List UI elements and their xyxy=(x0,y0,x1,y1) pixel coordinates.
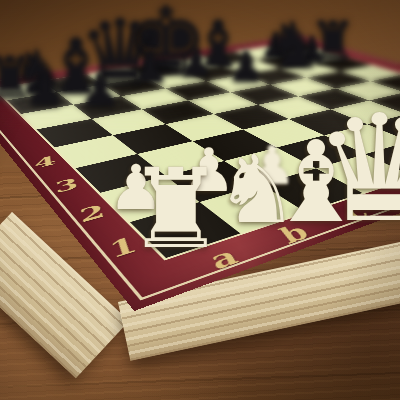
piece-black-pawn-e7: ♟ xyxy=(227,46,265,88)
piece-black-pawn-b7: ♟ xyxy=(79,67,120,113)
chess-set-photo: 1234abcd ♜♟♟♞♟♝♛♜♟♞♟♝♛♟♟♚♟♝♟♞♟♜ xyxy=(0,0,400,400)
piece-black-knight-g8: ♞ xyxy=(265,13,322,77)
piece-white-knight-b1: ♞ xyxy=(215,143,299,237)
piece-white-rook-a1: ♜ xyxy=(127,154,226,264)
piece-black-pawn-c7: ♟ xyxy=(131,47,169,89)
pieces-layer: ♜♟♟♞♟♝♛♜♟♞♟♝♛♟♟♚♟♝♟♞♟♜ xyxy=(0,0,400,400)
piece-black-pawn-d7: ♟ xyxy=(178,42,214,82)
piece-black-pawn-a7: ♟ xyxy=(24,66,65,112)
